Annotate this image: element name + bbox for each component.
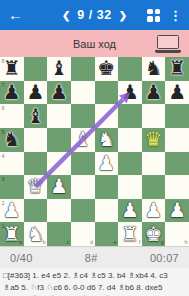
file-label: e xyxy=(114,239,117,245)
back-icon[interactable]: ← xyxy=(0,0,23,30)
file-label: a xyxy=(19,239,22,245)
rank-label: 3 xyxy=(2,176,5,182)
square-e3[interactable] xyxy=(95,175,119,199)
piece-white-pawn[interactable]: ♟ xyxy=(97,152,115,175)
rank-label: 2 xyxy=(2,200,5,206)
file-label: h xyxy=(184,239,187,245)
computer-opponent-icon[interactable] xyxy=(155,35,181,52)
piece-black-pawn[interactable]: ♟ xyxy=(145,81,163,104)
board-area: 8♜♝♚♞♜7♟♟♟♟♟♟6♝5♞♝♞♛4♟3♛♟2♟♟♟♟1a♜b♞cdef♜… xyxy=(0,57,189,246)
piece-white-bishop[interactable]: ♝ xyxy=(74,128,92,151)
square-d2[interactable] xyxy=(71,199,95,223)
square-f7[interactable]: ♟ xyxy=(118,81,142,105)
next-exercise-icon[interactable]: ❯ xyxy=(119,10,127,21)
square-g1[interactable]: g♚ xyxy=(142,222,166,246)
piece-white-knight[interactable]: ♞ xyxy=(97,128,115,151)
square-c4[interactable] xyxy=(47,152,71,176)
piece-black-rook[interactable]: ♜ xyxy=(3,57,21,80)
square-a2[interactable]: 2♟ xyxy=(0,199,24,223)
grid-view-icon[interactable] xyxy=(147,9,160,22)
square-e2[interactable] xyxy=(95,199,119,223)
square-b3[interactable]: ♛ xyxy=(24,175,48,199)
square-e6[interactable] xyxy=(95,104,119,128)
goal-label: 8# xyxy=(85,252,98,264)
square-c3[interactable]: ♟ xyxy=(47,175,71,199)
square-h2[interactable]: ♟ xyxy=(165,199,189,223)
square-d1[interactable]: d xyxy=(71,222,95,246)
square-b6[interactable]: ♝ xyxy=(24,104,48,128)
move-list[interactable]: □[#363] 1. e4 e5 2. ♗c4 ♗c5 3. b4 ♗xb4 4… xyxy=(0,268,189,296)
file-label: d xyxy=(90,239,93,245)
square-h5[interactable] xyxy=(165,128,189,152)
square-d7[interactable] xyxy=(71,81,95,105)
square-g4[interactable] xyxy=(142,152,166,176)
turn-label: Ваш ход xyxy=(73,38,116,50)
piece-black-pawn[interactable]: ♟ xyxy=(121,81,139,104)
piece-white-pawn[interactable]: ♟ xyxy=(168,199,186,222)
piece-black-pawn[interactable]: ♟ xyxy=(50,81,68,104)
piece-black-pawn[interactable]: ♟ xyxy=(3,81,21,104)
square-b7[interactable]: ♟ xyxy=(24,81,48,105)
square-h1[interactable]: h xyxy=(165,222,189,246)
square-c8[interactable]: ♝ xyxy=(47,57,71,81)
rank-label: 1 xyxy=(2,223,5,229)
square-e1[interactable]: e xyxy=(95,222,119,246)
square-d3[interactable] xyxy=(71,175,95,199)
rank-label: 7 xyxy=(2,82,5,88)
rank-label: 8 xyxy=(2,58,5,64)
square-g6[interactable] xyxy=(142,104,166,128)
square-h4[interactable] xyxy=(165,152,189,176)
rank-label: 4 xyxy=(2,153,5,159)
square-a3[interactable]: 3 xyxy=(0,175,24,199)
chess-board: 8♜♝♚♞♜7♟♟♟♟♟♟6♝5♞♝♞♛4♟3♛♟2♟♟♟♟1a♜b♞cdef♜… xyxy=(0,57,189,246)
turn-indicator-bar: Ваш ход xyxy=(0,30,189,57)
square-c5[interactable] xyxy=(47,128,71,152)
rank-label: 5 xyxy=(2,129,5,135)
file-label: f xyxy=(139,239,141,245)
rank-label: 6 xyxy=(2,105,5,111)
square-d6[interactable] xyxy=(71,104,95,128)
move-line: ♗a5 5. ♘f3 ♘c6 6. 0-0 d6 7. d4 ♗b6 8. dx… xyxy=(3,282,186,294)
square-a5[interactable]: 5♞ xyxy=(0,128,24,152)
square-g2[interactable]: ♟ xyxy=(142,199,166,223)
square-g3[interactable] xyxy=(142,175,166,199)
square-a4[interactable]: 4 xyxy=(0,152,24,176)
piece-black-knight[interactable]: ♞ xyxy=(145,57,163,80)
square-a7[interactable]: 7♟ xyxy=(0,81,24,105)
move-line: □[#363] 1. e4 e5 2. ♗c4 ♗c5 3. b4 ♗xb4 4… xyxy=(3,270,186,282)
square-h3[interactable] xyxy=(165,175,189,199)
piece-white-pawn[interactable]: ♟ xyxy=(145,199,163,222)
square-h8[interactable]: ♜ xyxy=(165,57,189,81)
square-b8[interactable] xyxy=(24,57,48,81)
piece-white-rook[interactable]: ♜ xyxy=(121,223,139,246)
square-f1[interactable]: f♜ xyxy=(118,222,142,246)
square-f8[interactable] xyxy=(118,57,142,81)
square-h6[interactable] xyxy=(165,104,189,128)
exercise-counter: 9 / 32 xyxy=(77,8,111,22)
piece-black-knight[interactable]: ♞ xyxy=(3,128,21,151)
square-d5[interactable]: ♝ xyxy=(71,128,95,152)
square-b4[interactable] xyxy=(24,152,48,176)
square-e4[interactable]: ♟ xyxy=(95,152,119,176)
timer: 00:07 xyxy=(150,252,179,264)
square-a6[interactable]: 6 xyxy=(0,104,24,128)
square-f3[interactable] xyxy=(118,175,142,199)
square-f2[interactable]: ♟ xyxy=(118,199,142,223)
overflow-menu-icon[interactable]: ⋮ xyxy=(169,9,182,22)
prev-exercise-icon[interactable]: ❮ xyxy=(62,10,70,21)
piece-black-rook[interactable]: ♜ xyxy=(168,57,186,80)
piece-black-bishop[interactable]: ♝ xyxy=(26,105,44,128)
piece-black-queen[interactable]: ♛ xyxy=(145,128,163,151)
square-g8[interactable]: ♞ xyxy=(142,57,166,81)
square-f4[interactable] xyxy=(118,152,142,176)
score-counter: 0/40 xyxy=(10,252,33,264)
app-bar: ← ❮ 9 / 32 ❯ ⋮ xyxy=(0,0,189,30)
file-label: c xyxy=(67,239,70,245)
piece-white-pawn[interactable]: ♟ xyxy=(50,175,68,198)
piece-white-pawn[interactable]: ♟ xyxy=(3,199,21,222)
square-a8[interactable]: 8♜ xyxy=(0,57,24,81)
square-g7[interactable]: ♟ xyxy=(142,81,166,105)
square-e8[interactable]: ♚ xyxy=(95,57,119,81)
piece-black-king[interactable]: ♚ xyxy=(97,57,115,80)
square-d4[interactable] xyxy=(71,152,95,176)
piece-white-pawn[interactable]: ♟ xyxy=(121,199,139,222)
square-c1[interactable]: c xyxy=(47,222,71,246)
square-c7[interactable]: ♟ xyxy=(47,81,71,105)
status-strip: 0/40 8# 00:07 xyxy=(0,246,189,268)
square-e7[interactable] xyxy=(95,81,119,105)
file-label: g xyxy=(161,239,164,245)
square-f6[interactable] xyxy=(118,104,142,128)
piece-black-pawn[interactable]: ♟ xyxy=(168,81,186,104)
piece-black-pawn[interactable]: ♟ xyxy=(26,81,44,104)
square-c6[interactable] xyxy=(47,104,71,128)
square-a1[interactable]: 1a♜ xyxy=(0,222,24,246)
square-f5[interactable] xyxy=(118,128,142,152)
piece-white-queen[interactable]: ♛ xyxy=(26,175,44,198)
square-d8[interactable] xyxy=(71,57,95,81)
square-b1[interactable]: b♞ xyxy=(24,222,48,246)
square-e5[interactable]: ♞ xyxy=(95,128,119,152)
file-label: b xyxy=(43,239,46,245)
square-g5[interactable]: ♛ xyxy=(142,128,166,152)
square-b5[interactable] xyxy=(24,128,48,152)
square-c2[interactable] xyxy=(47,199,71,223)
square-h7[interactable]: ♟ xyxy=(165,81,189,105)
square-b2[interactable] xyxy=(24,199,48,223)
piece-black-bishop[interactable]: ♝ xyxy=(50,57,68,80)
